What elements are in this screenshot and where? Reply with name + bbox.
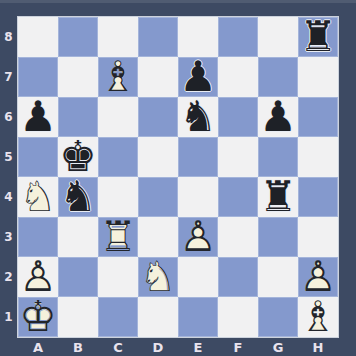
- square-c1[interactable]: [98, 297, 138, 337]
- square-h7[interactable]: [298, 57, 338, 97]
- piece-white-pawn-icon[interactable]: ♟♙: [18, 257, 58, 297]
- file-label-d: D: [138, 339, 178, 355]
- piece-white-pawn-icon[interactable]: ♟♙: [178, 217, 218, 257]
- square-d7[interactable]: [138, 57, 178, 97]
- knight-glyph-outline: ♘: [138, 257, 178, 297]
- square-f2[interactable]: [218, 257, 258, 297]
- square-d8[interactable]: [138, 17, 178, 57]
- square-g4[interactable]: ♜: [258, 177, 298, 217]
- square-g6[interactable]: ♟: [258, 97, 298, 137]
- bishop-glyph-outline: ♗: [298, 297, 338, 337]
- bishop-glyph-outline: ♗: [98, 57, 138, 97]
- rook-glyph-fill: ♜: [258, 177, 298, 217]
- chess-board-widget: 87654321 ♜♝♗♟♟♞♟♚♞♘♞♜♜♖♟♙♟♙♞♘♟♙♚♔♝♗ ABCD…: [0, 0, 356, 356]
- rank-labels: 87654321: [0, 17, 17, 337]
- square-f5[interactable]: [218, 137, 258, 177]
- square-d2[interactable]: ♞♘: [138, 257, 178, 297]
- square-d5[interactable]: [138, 137, 178, 177]
- knight-glyph-outline: ♘: [18, 177, 58, 217]
- piece-black-pawn-icon[interactable]: ♟: [18, 97, 58, 137]
- piece-black-knight-icon[interactable]: ♞: [178, 97, 218, 137]
- square-a7[interactable]: [18, 57, 58, 97]
- square-b1[interactable]: [58, 297, 98, 337]
- square-e4[interactable]: [178, 177, 218, 217]
- square-h8[interactable]: ♜: [298, 17, 338, 57]
- square-e7[interactable]: ♟: [178, 57, 218, 97]
- rank-label-1: 1: [0, 297, 17, 337]
- square-b4[interactable]: ♞: [58, 177, 98, 217]
- square-a5[interactable]: [18, 137, 58, 177]
- square-b6[interactable]: [58, 97, 98, 137]
- square-b5[interactable]: ♚: [58, 137, 98, 177]
- square-f6[interactable]: [218, 97, 258, 137]
- square-h2[interactable]: ♟♙: [298, 257, 338, 297]
- piece-white-pawn-icon[interactable]: ♟♙: [298, 257, 338, 297]
- square-g5[interactable]: [258, 137, 298, 177]
- square-b8[interactable]: [58, 17, 98, 57]
- square-a4[interactable]: ♞♘: [18, 177, 58, 217]
- square-d4[interactable]: [138, 177, 178, 217]
- square-a3[interactable]: [18, 217, 58, 257]
- piece-black-rook-icon[interactable]: ♜: [298, 17, 338, 57]
- square-f4[interactable]: [218, 177, 258, 217]
- knight-glyph-fill: ♞: [58, 177, 98, 217]
- piece-black-knight-icon[interactable]: ♞: [58, 177, 98, 217]
- square-e2[interactable]: [178, 257, 218, 297]
- rank-label-2: 2: [0, 257, 17, 297]
- piece-white-king-icon[interactable]: ♚♔: [18, 297, 58, 337]
- board: ♜♝♗♟♟♞♟♚♞♘♞♜♜♖♟♙♟♙♞♘♟♙♚♔♝♗: [18, 17, 338, 337]
- square-a1[interactable]: ♚♔: [18, 297, 58, 337]
- file-label-g: G: [258, 339, 298, 355]
- square-h4[interactable]: [298, 177, 338, 217]
- square-g3[interactable]: [258, 217, 298, 257]
- square-d3[interactable]: [138, 217, 178, 257]
- square-c6[interactable]: [98, 97, 138, 137]
- square-h1[interactable]: ♝♗: [298, 297, 338, 337]
- rank-label-7: 7: [0, 57, 17, 97]
- square-e8[interactable]: [178, 17, 218, 57]
- square-c8[interactable]: [98, 17, 138, 57]
- square-e5[interactable]: [178, 137, 218, 177]
- square-b3[interactable]: [58, 217, 98, 257]
- piece-white-knight-icon[interactable]: ♞♘: [18, 177, 58, 217]
- pawn-glyph-outline: ♙: [298, 257, 338, 297]
- piece-white-bishop-icon[interactable]: ♝♗: [298, 297, 338, 337]
- square-f1[interactable]: [218, 297, 258, 337]
- pawn-glyph-fill: ♟: [178, 57, 218, 97]
- piece-white-bishop-icon[interactable]: ♝♗: [98, 57, 138, 97]
- square-e6[interactable]: ♞: [178, 97, 218, 137]
- square-f3[interactable]: [218, 217, 258, 257]
- square-g7[interactable]: [258, 57, 298, 97]
- square-b2[interactable]: [58, 257, 98, 297]
- square-h6[interactable]: [298, 97, 338, 137]
- square-h5[interactable]: [298, 137, 338, 177]
- square-e1[interactable]: [178, 297, 218, 337]
- pawn-glyph-fill: ♟: [18, 97, 58, 137]
- file-label-h: H: [298, 339, 338, 355]
- file-label-c: C: [98, 339, 138, 355]
- rank-label-3: 3: [0, 217, 17, 257]
- square-a8[interactable]: [18, 17, 58, 57]
- square-a6[interactable]: ♟: [18, 97, 58, 137]
- knight-glyph-fill: ♞: [178, 97, 218, 137]
- square-c2[interactable]: [98, 257, 138, 297]
- square-b7[interactable]: [58, 57, 98, 97]
- file-label-e: E: [178, 339, 218, 355]
- file-label-f: F: [218, 339, 258, 355]
- rook-glyph-fill: ♜: [298, 17, 338, 57]
- board-frame: ♜♝♗♟♟♞♟♚♞♘♞♜♜♖♟♙♟♙♞♘♟♙♚♔♝♗: [17, 16, 339, 338]
- piece-white-knight-icon[interactable]: ♞♘: [138, 257, 178, 297]
- square-g8[interactable]: [258, 17, 298, 57]
- square-c5[interactable]: [98, 137, 138, 177]
- piece-black-pawn-icon[interactable]: ♟: [258, 97, 298, 137]
- piece-white-rook-icon[interactable]: ♜♖: [98, 217, 138, 257]
- file-label-b: B: [58, 339, 98, 355]
- rank-label-5: 5: [0, 137, 17, 177]
- file-label-a: A: [18, 339, 58, 355]
- square-d1[interactable]: [138, 297, 178, 337]
- square-e3[interactable]: ♟♙: [178, 217, 218, 257]
- piece-black-pawn-icon[interactable]: ♟: [178, 57, 218, 97]
- rank-label-6: 6: [0, 97, 17, 137]
- square-f8[interactable]: [218, 17, 258, 57]
- rook-glyph-outline: ♖: [98, 217, 138, 257]
- square-d6[interactable]: [138, 97, 178, 137]
- square-c4[interactable]: [98, 177, 138, 217]
- file-labels: ABCDEFGH: [18, 339, 338, 355]
- rank-label-4: 4: [0, 177, 17, 217]
- square-g2[interactable]: [258, 257, 298, 297]
- rank-label-8: 8: [0, 17, 17, 57]
- piece-black-rook-icon[interactable]: ♜: [258, 177, 298, 217]
- piece-black-king-icon[interactable]: ♚: [58, 137, 98, 177]
- square-f7[interactable]: [218, 57, 258, 97]
- square-c3[interactable]: ♜♖: [98, 217, 138, 257]
- square-g1[interactable]: [258, 297, 298, 337]
- pawn-glyph-outline: ♙: [178, 217, 218, 257]
- pawn-glyph-outline: ♙: [18, 257, 58, 297]
- square-a2[interactable]: ♟♙: [18, 257, 58, 297]
- square-h3[interactable]: [298, 217, 338, 257]
- king-glyph-outline: ♔: [18, 297, 58, 337]
- king-glyph-fill: ♚: [58, 137, 98, 177]
- pawn-glyph-fill: ♟: [258, 97, 298, 137]
- square-c7[interactable]: ♝♗: [98, 57, 138, 97]
